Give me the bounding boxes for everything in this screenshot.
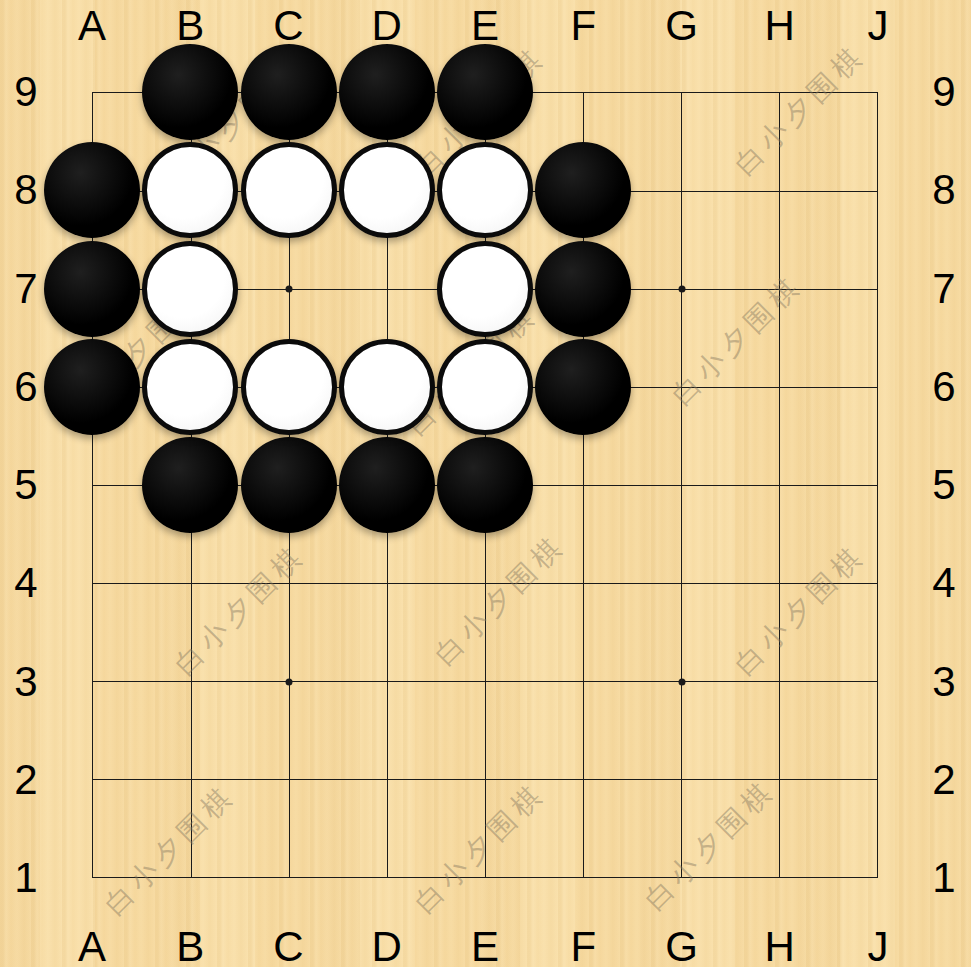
row-label-left: 9 [14, 71, 37, 113]
black-stone[interactable] [44, 142, 140, 238]
white-stone[interactable] [339, 142, 435, 238]
star-point [285, 678, 292, 685]
column-label-bottom: F [570, 926, 596, 967]
white-stone[interactable] [241, 339, 337, 435]
star-point [678, 678, 685, 685]
column-label-bottom: A [78, 926, 106, 967]
board-cell[interactable] [681, 681, 779, 779]
board-cell[interactable] [289, 681, 387, 779]
board-cell[interactable] [191, 583, 289, 681]
black-stone[interactable] [437, 44, 533, 140]
column-label-top: D [372, 5, 402, 47]
column-label-top: A [78, 5, 106, 47]
board-cell[interactable] [681, 583, 779, 681]
row-label-left: 7 [14, 268, 37, 310]
row-label-left: 3 [14, 661, 37, 703]
black-stone[interactable] [339, 44, 435, 140]
row-label-left: 8 [14, 169, 37, 211]
black-stone[interactable] [339, 437, 435, 533]
black-stone[interactable] [142, 437, 238, 533]
row-label-right: 5 [932, 464, 955, 506]
black-stone[interactable] [437, 437, 533, 533]
board-cell[interactable] [93, 583, 191, 681]
row-label-left: 1 [14, 857, 37, 899]
row-label-left: 2 [14, 759, 37, 801]
board-cell[interactable] [387, 681, 485, 779]
column-label-top: E [471, 5, 499, 47]
row-label-right: 1 [932, 857, 955, 899]
row-label-right: 7 [932, 268, 955, 310]
column-label-bottom: D [372, 926, 402, 967]
board-cell[interactable] [681, 93, 779, 191]
board-cell[interactable] [779, 779, 877, 877]
board-cell[interactable] [779, 681, 877, 779]
board-cell[interactable] [681, 779, 779, 877]
board-cell[interactable] [93, 681, 191, 779]
column-label-bottom: C [273, 926, 303, 967]
go-board-page: { "game": "go", "app": { "name_watermark… [0, 0, 971, 967]
board-cell[interactable] [485, 583, 583, 681]
board-cell[interactable] [289, 779, 387, 877]
row-label-right: 3 [932, 661, 955, 703]
black-stone[interactable] [535, 142, 631, 238]
white-stone[interactable] [437, 142, 533, 238]
board-cell[interactable] [681, 289, 779, 387]
row-label-left: 5 [14, 464, 37, 506]
row-label-right: 4 [932, 562, 955, 604]
white-stone[interactable] [142, 241, 238, 337]
column-label-top: C [273, 5, 303, 47]
white-stone[interactable] [437, 241, 533, 337]
board-cell[interactable] [779, 485, 877, 583]
board-cell[interactable] [387, 583, 485, 681]
board-cell[interactable] [191, 681, 289, 779]
black-stone[interactable] [241, 437, 337, 533]
black-stone[interactable] [535, 339, 631, 435]
column-label-bottom: H [765, 926, 795, 967]
column-label-top: B [176, 5, 204, 47]
board-cell[interactable] [779, 387, 877, 485]
white-stone[interactable] [142, 339, 238, 435]
board-cell[interactable] [779, 583, 877, 681]
black-stone[interactable] [241, 44, 337, 140]
white-stone[interactable] [437, 339, 533, 435]
board-cell[interactable] [779, 191, 877, 289]
board-cell[interactable] [583, 681, 681, 779]
black-stone[interactable] [44, 339, 140, 435]
column-label-bottom: B [176, 926, 204, 967]
board-cell[interactable] [681, 191, 779, 289]
board-cell[interactable] [387, 779, 485, 877]
row-label-right: 6 [932, 366, 955, 408]
row-label-left: 6 [14, 366, 37, 408]
board-cell[interactable] [583, 485, 681, 583]
row-label-right: 2 [932, 759, 955, 801]
black-stone[interactable] [142, 44, 238, 140]
row-label-left: 4 [14, 562, 37, 604]
row-label-right: 9 [932, 71, 955, 113]
board-cell[interactable] [681, 387, 779, 485]
board-cell[interactable] [583, 583, 681, 681]
black-stone[interactable] [44, 241, 140, 337]
column-label-bottom: E [471, 926, 499, 967]
board-cell[interactable] [583, 779, 681, 877]
board-cell[interactable] [779, 93, 877, 191]
column-label-top: J [868, 5, 889, 47]
board-cell[interactable] [191, 779, 289, 877]
column-label-bottom: J [868, 926, 889, 967]
black-stone[interactable] [535, 241, 631, 337]
board-cell[interactable] [93, 779, 191, 877]
white-stone[interactable] [241, 142, 337, 238]
board-cell[interactable] [779, 289, 877, 387]
white-stone[interactable] [339, 339, 435, 435]
column-label-top: F [570, 5, 596, 47]
board-cell[interactable] [485, 779, 583, 877]
board-cell[interactable] [485, 681, 583, 779]
row-label-right: 8 [932, 169, 955, 211]
board-cell[interactable] [681, 485, 779, 583]
board-cell[interactable] [289, 583, 387, 681]
column-label-bottom: G [665, 926, 698, 967]
star-point [678, 285, 685, 292]
column-label-top: G [665, 5, 698, 47]
column-label-top: H [765, 5, 795, 47]
white-stone[interactable] [142, 142, 238, 238]
star-point [285, 285, 292, 292]
